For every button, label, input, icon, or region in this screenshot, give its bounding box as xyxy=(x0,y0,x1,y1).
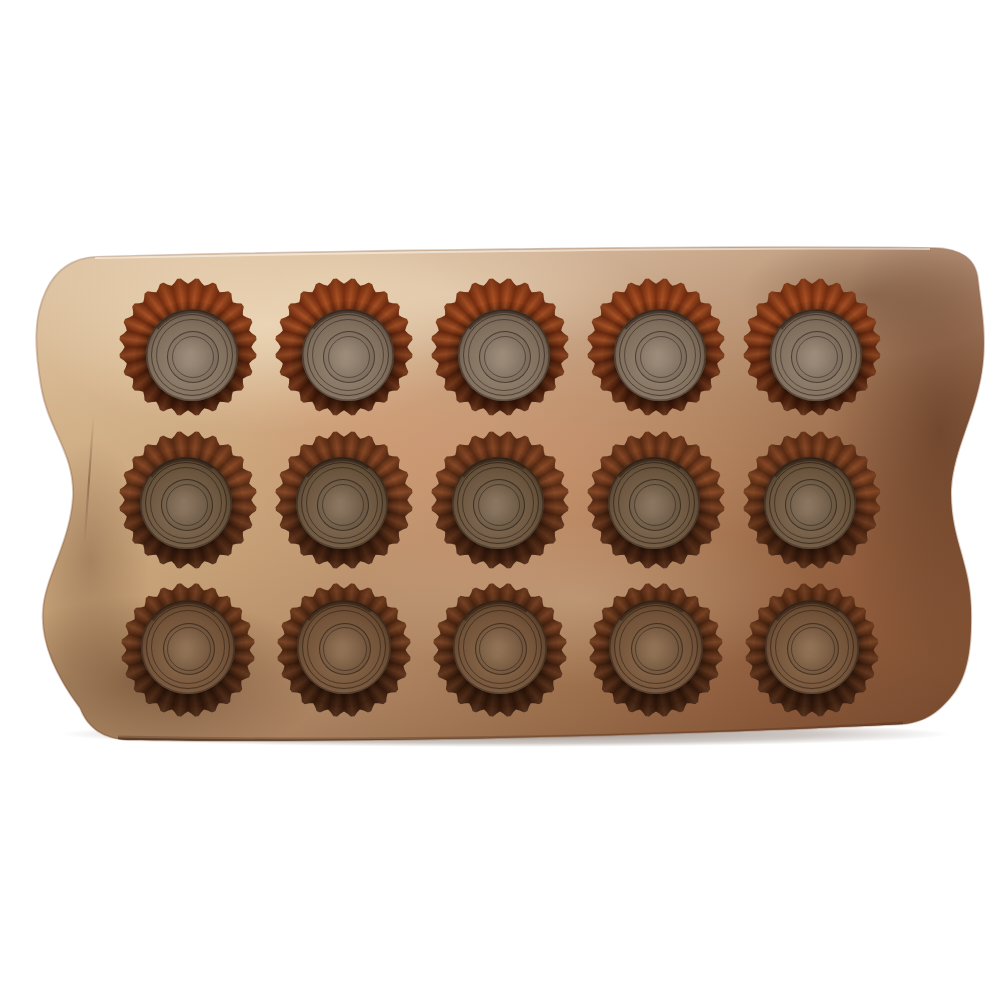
center-plug xyxy=(609,600,703,694)
plug-core-ring xyxy=(634,484,677,527)
mold-cavity-r3c3 xyxy=(431,581,569,719)
center-plug xyxy=(296,457,388,549)
product-photo-scene xyxy=(0,0,1001,1001)
plug-core-ring xyxy=(640,336,683,379)
plug-core-ring xyxy=(323,627,367,671)
mold-cavity-r2c5 xyxy=(741,429,883,571)
plug-core-ring xyxy=(484,336,527,379)
mold-cavity-r3c2 xyxy=(275,581,413,719)
plug-core-ring xyxy=(479,627,523,671)
plug-core-ring xyxy=(328,336,371,379)
center-plug xyxy=(297,600,391,694)
plug-core xyxy=(317,479,369,531)
mold-cavity-r3c4 xyxy=(587,581,725,719)
plug-core-ring xyxy=(790,484,833,527)
plug-core-ring xyxy=(791,627,835,671)
mold-cavity-r2c2 xyxy=(273,429,415,571)
center-plug xyxy=(453,600,547,694)
mold-cavity-r3c5 xyxy=(743,581,881,719)
center-plug xyxy=(458,309,550,401)
plug-core-ring xyxy=(478,484,521,527)
center-plug xyxy=(765,600,859,694)
plug-core-ring xyxy=(635,627,679,671)
center-plug xyxy=(614,309,706,401)
plug-core xyxy=(635,331,687,383)
center-plug xyxy=(141,600,235,694)
cavity-grid xyxy=(0,0,1001,1001)
center-plug xyxy=(764,457,856,549)
mold-cavity-r2c3 xyxy=(429,429,571,571)
plug-core xyxy=(473,479,525,531)
mold-cavity-r1c1 xyxy=(117,276,259,418)
plug-core xyxy=(785,479,837,531)
plug-core xyxy=(791,331,843,383)
center-plug xyxy=(770,309,862,401)
plug-core-ring xyxy=(166,484,209,527)
mold-cavity-r1c3 xyxy=(429,276,571,418)
mold-cavity-r1c5 xyxy=(741,276,883,418)
plug-core-ring xyxy=(322,484,365,527)
plug-core xyxy=(167,331,219,383)
plug-core xyxy=(479,331,531,383)
plug-core-ring xyxy=(167,627,211,671)
plug-core xyxy=(323,331,375,383)
center-plug xyxy=(140,457,232,549)
plug-core-ring xyxy=(172,336,215,379)
center-plug xyxy=(302,309,394,401)
mold-cavity-r2c1 xyxy=(117,429,259,571)
plug-core xyxy=(161,479,213,531)
mold-cavity-r1c2 xyxy=(273,276,415,418)
plug-core xyxy=(629,479,681,531)
center-plug xyxy=(452,457,544,549)
plug-core-ring xyxy=(796,336,839,379)
mold-cavity-r2c4 xyxy=(585,429,727,571)
center-plug xyxy=(608,457,700,549)
mold-cavity-r1c4 xyxy=(585,276,727,418)
mold-cavity-r3c1 xyxy=(119,581,257,719)
center-plug xyxy=(146,309,238,401)
